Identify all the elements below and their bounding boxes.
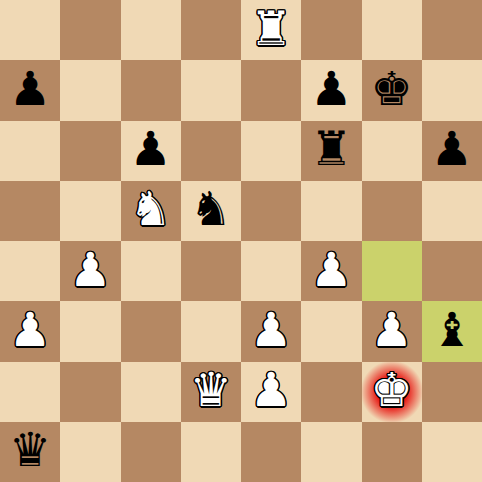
square-a5[interactable] [0, 181, 60, 241]
square-g6[interactable] [362, 121, 422, 181]
square-g2[interactable]: ♚ [362, 362, 422, 422]
square-c1[interactable] [121, 422, 181, 482]
square-c4[interactable] [121, 241, 181, 301]
black-knight[interactable]: ♞ [190, 185, 232, 232]
square-d3[interactable] [181, 301, 241, 361]
square-c7[interactable] [121, 60, 181, 120]
square-e7[interactable] [241, 60, 301, 120]
square-h6[interactable]: ♟ [422, 121, 482, 181]
black-rook[interactable]: ♜ [310, 125, 352, 172]
square-a2[interactable] [0, 362, 60, 422]
black-king[interactable]: ♚ [371, 65, 413, 112]
square-f2[interactable] [301, 362, 361, 422]
square-a1[interactable]: ♛ [0, 422, 60, 482]
square-h4[interactable] [422, 241, 482, 301]
square-g7[interactable]: ♚ [362, 60, 422, 120]
white-pawn[interactable]: ♟ [69, 246, 111, 293]
square-d4[interactable] [181, 241, 241, 301]
white-queen[interactable]: ♛ [190, 366, 232, 413]
square-b4[interactable]: ♟ [60, 241, 120, 301]
square-f7[interactable]: ♟ [301, 60, 361, 120]
square-a6[interactable] [0, 121, 60, 181]
square-a4[interactable] [0, 241, 60, 301]
square-b8[interactable] [60, 0, 120, 60]
square-d2[interactable]: ♛ [181, 362, 241, 422]
square-b5[interactable] [60, 181, 120, 241]
square-f3[interactable] [301, 301, 361, 361]
square-b1[interactable] [60, 422, 120, 482]
black-queen[interactable]: ♛ [9, 426, 51, 473]
square-f6[interactable]: ♜ [301, 121, 361, 181]
square-b6[interactable] [60, 121, 120, 181]
square-a8[interactable] [0, 0, 60, 60]
square-b7[interactable] [60, 60, 120, 120]
square-c2[interactable] [121, 362, 181, 422]
white-pawn[interactable]: ♟ [250, 306, 292, 353]
black-bishop[interactable]: ♝ [431, 306, 473, 353]
white-pawn[interactable]: ♟ [9, 306, 51, 353]
square-f1[interactable] [301, 422, 361, 482]
white-knight[interactable]: ♞ [130, 185, 172, 232]
square-h3[interactable]: ♝ [422, 301, 482, 361]
square-f5[interactable] [301, 181, 361, 241]
white-pawn[interactable]: ♟ [371, 306, 413, 353]
square-h7[interactable] [422, 60, 482, 120]
square-g8[interactable] [362, 0, 422, 60]
square-d8[interactable] [181, 0, 241, 60]
white-pawn[interactable]: ♟ [310, 246, 352, 293]
square-g1[interactable] [362, 422, 422, 482]
white-rook[interactable]: ♜ [250, 5, 292, 52]
square-b3[interactable] [60, 301, 120, 361]
white-king[interactable]: ♚ [371, 366, 413, 413]
square-g4[interactable] [362, 241, 422, 301]
black-pawn[interactable]: ♟ [130, 125, 172, 172]
square-a3[interactable]: ♟ [0, 301, 60, 361]
square-d7[interactable] [181, 60, 241, 120]
square-e5[interactable] [241, 181, 301, 241]
black-pawn[interactable]: ♟ [431, 125, 473, 172]
square-c3[interactable] [121, 301, 181, 361]
square-c5[interactable]: ♞ [121, 181, 181, 241]
square-c8[interactable] [121, 0, 181, 60]
square-f8[interactable] [301, 0, 361, 60]
square-c6[interactable]: ♟ [121, 121, 181, 181]
square-a7[interactable]: ♟ [0, 60, 60, 120]
square-g5[interactable] [362, 181, 422, 241]
square-e1[interactable] [241, 422, 301, 482]
square-h5[interactable] [422, 181, 482, 241]
square-b2[interactable] [60, 362, 120, 422]
square-h2[interactable] [422, 362, 482, 422]
square-e2[interactable]: ♟ [241, 362, 301, 422]
square-e6[interactable] [241, 121, 301, 181]
square-h1[interactable] [422, 422, 482, 482]
square-d1[interactable] [181, 422, 241, 482]
black-pawn[interactable]: ♟ [9, 65, 51, 112]
square-g3[interactable]: ♟ [362, 301, 422, 361]
square-e3[interactable]: ♟ [241, 301, 301, 361]
square-h8[interactable] [422, 0, 482, 60]
black-pawn[interactable]: ♟ [310, 65, 352, 112]
white-pawn[interactable]: ♟ [250, 366, 292, 413]
square-e8[interactable]: ♜ [241, 0, 301, 60]
square-d5[interactable]: ♞ [181, 181, 241, 241]
chess-board: ♜♟♟♚♟♜♟♞♞♟♟♟♟♟♝♛♟♚♛ [0, 0, 482, 482]
square-f4[interactable]: ♟ [301, 241, 361, 301]
square-e4[interactable] [241, 241, 301, 301]
square-d6[interactable] [181, 121, 241, 181]
